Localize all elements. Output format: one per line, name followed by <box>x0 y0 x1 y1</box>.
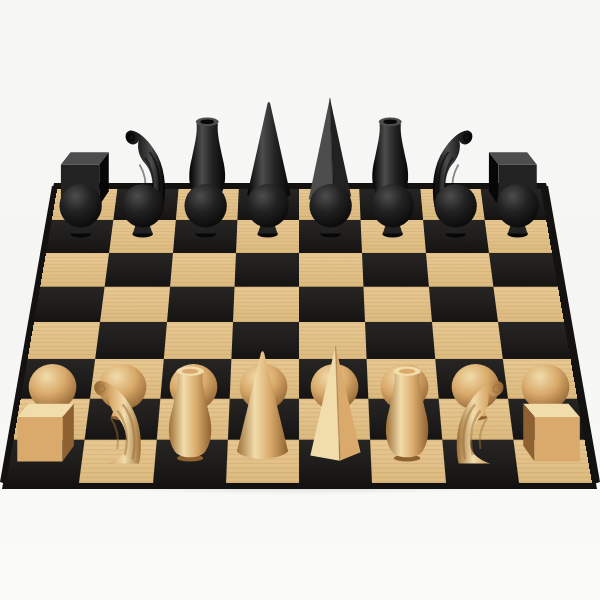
square-g5[interactable] <box>428 286 497 322</box>
sphere-pawn-icon <box>245 184 290 239</box>
square-d5[interactable] <box>233 286 299 322</box>
white-king-e1[interactable] <box>306 343 365 464</box>
square-g4[interactable] <box>432 322 503 359</box>
square-f5[interactable] <box>364 286 432 322</box>
black-pawn-g7[interactable] <box>433 184 478 239</box>
sphere-pawn-icon <box>183 184 228 239</box>
cone-queen-icon <box>232 348 293 465</box>
white-rook-h1[interactable] <box>521 397 582 464</box>
square-h5[interactable] <box>493 286 564 322</box>
black-pawn-a7[interactable] <box>58 184 103 239</box>
square-b4[interactable] <box>95 322 166 359</box>
square-h6[interactable] <box>489 253 558 287</box>
flask-bishop-icon <box>382 364 432 464</box>
black-pawn-b7[interactable] <box>120 184 165 239</box>
black-pawn-c7[interactable] <box>183 184 228 239</box>
flask-bishop-icon <box>165 364 215 464</box>
square-a4[interactable] <box>28 322 101 359</box>
black-pawn-d7[interactable] <box>245 184 290 239</box>
sphere-pawn-icon <box>495 184 540 239</box>
black-pawn-f7[interactable] <box>370 184 415 239</box>
white-rook-a1[interactable] <box>15 397 76 464</box>
square-c4[interactable] <box>163 322 232 359</box>
square-d6[interactable] <box>234 253 299 287</box>
pyramid-king-icon <box>306 343 365 464</box>
square-b6[interactable] <box>105 253 173 287</box>
square-h4[interactable] <box>498 322 571 359</box>
square-g6[interactable] <box>425 253 493 287</box>
sphere-pawn-icon <box>58 184 103 239</box>
black-pawn-h7[interactable] <box>495 184 540 239</box>
white-queen-d1[interactable] <box>232 348 293 465</box>
white-bishop-c1[interactable] <box>165 364 215 464</box>
sphere-pawn-icon <box>370 184 415 239</box>
square-f6[interactable] <box>362 253 428 287</box>
cube-rook-icon <box>15 397 76 464</box>
black-pawn-e7[interactable] <box>308 184 353 239</box>
sphere-pawn-icon <box>433 184 478 239</box>
square-b5[interactable] <box>100 286 169 322</box>
sphere-pawn-icon <box>308 184 353 239</box>
scroll-knight-icon <box>90 372 147 464</box>
square-e5[interactable] <box>299 286 365 322</box>
cube-rook-icon <box>521 397 582 464</box>
white-knight-g1[interactable] <box>451 372 508 464</box>
white-knight-b1[interactable] <box>90 372 147 464</box>
square-f4[interactable] <box>365 322 434 359</box>
white-bishop-f1[interactable] <box>382 364 432 464</box>
chess-scene <box>0 0 600 600</box>
square-e6[interactable] <box>299 253 364 287</box>
square-a5[interactable] <box>34 286 105 322</box>
square-c5[interactable] <box>167 286 235 322</box>
square-c6[interactable] <box>170 253 236 287</box>
scroll-knight-icon <box>451 372 508 464</box>
sphere-pawn-icon <box>120 184 165 239</box>
square-a6[interactable] <box>40 253 109 287</box>
